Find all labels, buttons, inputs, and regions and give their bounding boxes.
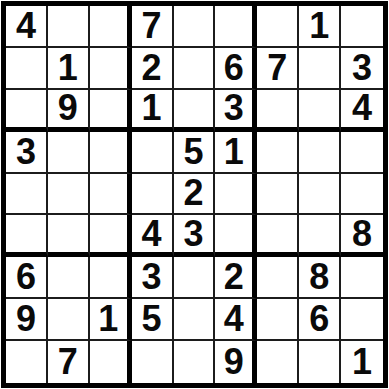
cell-r1c2[interactable] (48, 6, 90, 48)
cell-r4c2[interactable] (48, 132, 90, 174)
cell-r2c5[interactable] (174, 48, 216, 90)
cell-r2c3[interactable] (90, 48, 132, 90)
cell-r2c7[interactable]: 7 (257, 48, 299, 90)
cell-r8c6[interactable]: 4 (215, 299, 257, 341)
cell-r6c7[interactable] (257, 215, 299, 257)
cell-r7c5[interactable] (174, 257, 216, 299)
cell-r9c5[interactable] (174, 341, 216, 383)
cell-r8c4[interactable]: 5 (132, 299, 174, 341)
cell-r4c6[interactable]: 1 (215, 132, 257, 174)
cell-r9c4[interactable] (132, 341, 174, 383)
cell-r3c8[interactable] (299, 90, 341, 132)
cell-r7c9[interactable] (341, 257, 383, 299)
cell-r9c8[interactable] (299, 341, 341, 383)
cell-r3c6[interactable]: 3 (215, 90, 257, 132)
cell-r2c1[interactable] (6, 48, 48, 90)
cell-r8c5[interactable] (174, 299, 216, 341)
cell-r9c6[interactable]: 9 (215, 341, 257, 383)
sudoku-board: 4711267391343512438632891546791 (1, 1, 388, 388)
cell-r2c8[interactable] (299, 48, 341, 90)
cell-r5c9[interactable] (341, 174, 383, 216)
cell-r5c2[interactable] (48, 174, 90, 216)
cell-r1c3[interactable] (90, 6, 132, 48)
cell-r8c1[interactable]: 9 (6, 299, 48, 341)
cell-r3c4[interactable]: 1 (132, 90, 174, 132)
cell-r7c6[interactable]: 2 (215, 257, 257, 299)
cell-r2c4[interactable]: 2 (132, 48, 174, 90)
cell-r1c7[interactable] (257, 6, 299, 48)
cell-r6c4[interactable]: 4 (132, 215, 174, 257)
cell-r3c2[interactable]: 9 (48, 90, 90, 132)
cell-r9c2[interactable]: 7 (48, 341, 90, 383)
cell-r6c2[interactable] (48, 215, 90, 257)
cell-r9c7[interactable] (257, 341, 299, 383)
cell-r5c7[interactable] (257, 174, 299, 216)
cell-r4c1[interactable]: 3 (6, 132, 48, 174)
cell-r1c9[interactable] (341, 6, 383, 48)
cell-r2c9[interactable]: 3 (341, 48, 383, 90)
cell-r4c8[interactable] (299, 132, 341, 174)
cell-r8c8[interactable]: 6 (299, 299, 341, 341)
cell-r7c3[interactable] (90, 257, 132, 299)
cell-r5c1[interactable] (6, 174, 48, 216)
cell-r2c2[interactable]: 1 (48, 48, 90, 90)
cell-r3c5[interactable] (174, 90, 216, 132)
cell-r6c5[interactable]: 3 (174, 215, 216, 257)
cell-r2c6[interactable]: 6 (215, 48, 257, 90)
cell-r5c4[interactable] (132, 174, 174, 216)
cell-r3c9[interactable]: 4 (341, 90, 383, 132)
cell-r7c7[interactable] (257, 257, 299, 299)
cell-r4c7[interactable] (257, 132, 299, 174)
cell-r5c3[interactable] (90, 174, 132, 216)
cell-r8c9[interactable] (341, 299, 383, 341)
cell-r1c1[interactable]: 4 (6, 6, 48, 48)
cell-r6c9[interactable]: 8 (341, 215, 383, 257)
cell-r9c9[interactable]: 1 (341, 341, 383, 383)
cell-r9c3[interactable] (90, 341, 132, 383)
cell-r6c8[interactable] (299, 215, 341, 257)
cell-r3c7[interactable] (257, 90, 299, 132)
cell-r3c1[interactable] (6, 90, 48, 132)
cell-r6c3[interactable] (90, 215, 132, 257)
cell-r3c3[interactable] (90, 90, 132, 132)
cell-r1c4[interactable]: 7 (132, 6, 174, 48)
cell-r1c6[interactable] (215, 6, 257, 48)
cell-r8c2[interactable] (48, 299, 90, 341)
cell-r4c5[interactable]: 5 (174, 132, 216, 174)
cell-r4c9[interactable] (341, 132, 383, 174)
cell-r7c1[interactable]: 6 (6, 257, 48, 299)
cell-r8c3[interactable]: 1 (90, 299, 132, 341)
cell-r1c8[interactable]: 1 (299, 6, 341, 48)
cell-r6c6[interactable] (215, 215, 257, 257)
cell-r5c8[interactable] (299, 174, 341, 216)
cell-r9c1[interactable] (6, 341, 48, 383)
cell-r7c2[interactable] (48, 257, 90, 299)
cell-r5c6[interactable] (215, 174, 257, 216)
cell-r4c4[interactable] (132, 132, 174, 174)
cell-r8c7[interactable] (257, 299, 299, 341)
cell-r6c1[interactable] (6, 215, 48, 257)
cell-r7c4[interactable]: 3 (132, 257, 174, 299)
cell-r5c5[interactable]: 2 (174, 174, 216, 216)
cell-r7c8[interactable]: 8 (299, 257, 341, 299)
cell-r1c5[interactable] (174, 6, 216, 48)
cell-r4c3[interactable] (90, 132, 132, 174)
